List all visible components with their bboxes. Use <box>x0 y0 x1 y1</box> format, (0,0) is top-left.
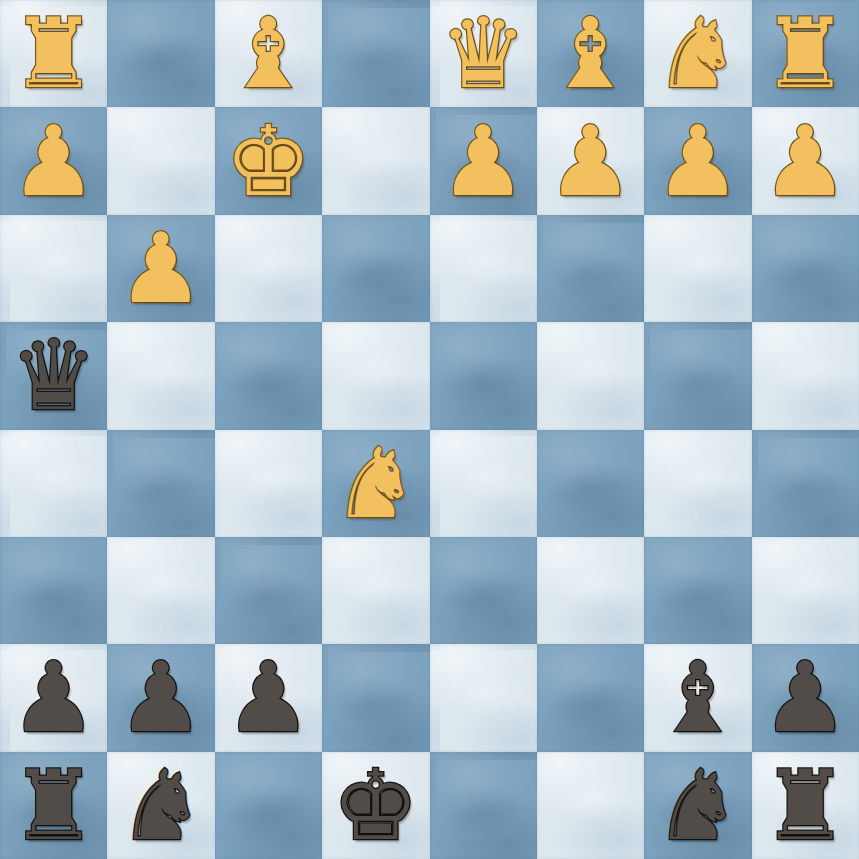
piece-black-bishop[interactable]: ♝ <box>654 644 741 751</box>
piece-white-pawn[interactable]: ♟ <box>547 108 634 215</box>
square-f4[interactable] <box>215 322 322 429</box>
square-e8[interactable]: ♚ <box>322 752 429 859</box>
square-b1[interactable]: ♞ <box>644 0 751 107</box>
square-c5[interactable] <box>537 430 644 537</box>
square-e1[interactable] <box>322 0 429 107</box>
square-h1[interactable]: ♜ <box>0 0 107 107</box>
square-g2[interactable] <box>107 107 214 214</box>
piece-white-king[interactable]: ♚ <box>225 108 312 215</box>
square-c8[interactable] <box>537 752 644 859</box>
square-e4[interactable] <box>322 322 429 429</box>
piece-white-pawn[interactable]: ♟ <box>10 108 97 215</box>
square-d6[interactable] <box>430 537 537 644</box>
piece-white-knight[interactable]: ♞ <box>332 430 419 537</box>
square-g8[interactable]: ♞ <box>107 752 214 859</box>
piece-black-rook[interactable]: ♜ <box>10 752 97 859</box>
square-c4[interactable] <box>537 322 644 429</box>
square-h2[interactable]: ♟ <box>0 107 107 214</box>
square-c7[interactable] <box>537 644 644 751</box>
piece-black-rook[interactable]: ♜ <box>762 752 849 859</box>
square-c6[interactable] <box>537 537 644 644</box>
piece-black-knight[interactable]: ♞ <box>118 752 205 859</box>
square-b6[interactable] <box>644 537 751 644</box>
piece-white-bishop[interactable]: ♝ <box>225 0 312 107</box>
square-h7[interactable]: ♟ <box>0 644 107 751</box>
square-c3[interactable] <box>537 215 644 322</box>
square-h8[interactable]: ♜ <box>0 752 107 859</box>
square-f7[interactable]: ♟ <box>215 644 322 751</box>
square-f6[interactable] <box>215 537 322 644</box>
square-b5[interactable] <box>644 430 751 537</box>
piece-white-knight[interactable]: ♞ <box>654 0 741 107</box>
square-a3[interactable] <box>752 215 859 322</box>
square-e2[interactable] <box>322 107 429 214</box>
square-h4[interactable]: ♛ <box>0 322 107 429</box>
square-b2[interactable]: ♟ <box>644 107 751 214</box>
square-g3[interactable]: ♟ <box>107 215 214 322</box>
square-d4[interactable] <box>430 322 537 429</box>
square-f8[interactable] <box>215 752 322 859</box>
square-c2[interactable]: ♟ <box>537 107 644 214</box>
square-b4[interactable] <box>644 322 751 429</box>
square-f2[interactable]: ♚ <box>215 107 322 214</box>
square-g7[interactable]: ♟ <box>107 644 214 751</box>
square-h5[interactable] <box>0 430 107 537</box>
square-f1[interactable]: ♝ <box>215 0 322 107</box>
square-d2[interactable]: ♟ <box>430 107 537 214</box>
square-e7[interactable] <box>322 644 429 751</box>
piece-black-pawn[interactable]: ♟ <box>10 644 97 751</box>
piece-white-pawn[interactable]: ♟ <box>440 108 527 215</box>
piece-white-pawn[interactable]: ♟ <box>118 215 205 322</box>
square-g4[interactable] <box>107 322 214 429</box>
square-d1[interactable]: ♛ <box>430 0 537 107</box>
piece-black-pawn[interactable]: ♟ <box>762 644 849 751</box>
square-a6[interactable] <box>752 537 859 644</box>
square-f3[interactable] <box>215 215 322 322</box>
square-h6[interactable] <box>0 537 107 644</box>
piece-black-pawn[interactable]: ♟ <box>118 644 205 751</box>
piece-white-bishop[interactable]: ♝ <box>547 0 634 107</box>
piece-white-pawn[interactable]: ♟ <box>654 108 741 215</box>
square-g1[interactable] <box>107 0 214 107</box>
piece-white-rook[interactable]: ♜ <box>762 0 849 107</box>
square-b7[interactable]: ♝ <box>644 644 751 751</box>
piece-black-king[interactable]: ♚ <box>332 752 419 859</box>
piece-white-pawn[interactable]: ♟ <box>762 108 849 215</box>
square-g6[interactable] <box>107 537 214 644</box>
square-b3[interactable] <box>644 215 751 322</box>
square-a2[interactable]: ♟ <box>752 107 859 214</box>
piece-black-pawn[interactable]: ♟ <box>225 644 312 751</box>
square-b8[interactable]: ♞ <box>644 752 751 859</box>
square-a7[interactable]: ♟ <box>752 644 859 751</box>
piece-black-queen[interactable]: ♛ <box>10 322 97 429</box>
square-e5[interactable]: ♞ <box>322 430 429 537</box>
square-d7[interactable] <box>430 644 537 751</box>
square-a1[interactable]: ♜ <box>752 0 859 107</box>
square-a4[interactable] <box>752 322 859 429</box>
square-e3[interactable] <box>322 215 429 322</box>
square-g5[interactable] <box>107 430 214 537</box>
piece-white-rook[interactable]: ♜ <box>10 0 97 107</box>
square-d3[interactable] <box>430 215 537 322</box>
square-c1[interactable]: ♝ <box>537 0 644 107</box>
square-h3[interactable] <box>0 215 107 322</box>
square-f5[interactable] <box>215 430 322 537</box>
square-d5[interactable] <box>430 430 537 537</box>
square-a5[interactable] <box>752 430 859 537</box>
piece-white-queen[interactable]: ♛ <box>440 0 527 107</box>
chess-board: ♜♝♛♝♞♜♟♚♟♟♟♟♟♛♞♟♟♟♝♟♜♞♚♞♜ <box>0 0 859 859</box>
square-a8[interactable]: ♜ <box>752 752 859 859</box>
square-d8[interactable] <box>430 752 537 859</box>
square-e6[interactable] <box>322 537 429 644</box>
piece-black-knight[interactable]: ♞ <box>654 752 741 859</box>
